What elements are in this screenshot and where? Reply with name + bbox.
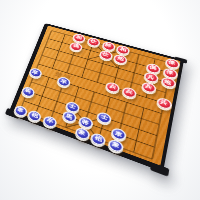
piece-glyph: 將 <box>81 119 89 126</box>
piece-glyph: 車 <box>16 107 24 114</box>
piece-glyph: 卒 <box>46 118 54 125</box>
piece-glyph: 仕 <box>102 52 109 58</box>
piece-glyph: 象 <box>112 142 121 150</box>
piece-glyph: 士 <box>100 114 108 121</box>
piece-glyph: 士 <box>68 103 76 110</box>
piece-glyph: 砲 <box>31 113 39 120</box>
piece-glyph: 炮 <box>164 79 172 86</box>
piece-glyph: 砲 <box>94 136 102 144</box>
piece-glyph: 兵 <box>147 74 155 80</box>
piece-glyph: 炮 <box>117 56 125 62</box>
piece-glyph: 馬 <box>65 113 73 120</box>
piece-glyph: 相 <box>75 35 82 40</box>
piece-glyph: 兵 <box>109 84 117 90</box>
piece-glyph: 相 <box>120 47 127 53</box>
piece-glyph: 兵 <box>145 84 153 91</box>
piece-glyph: 卒 <box>60 79 68 85</box>
board-shadow-wrap: 楚河 漢界 相仕帥相俥傌仕炮傌俥兵炮兵兵兵兵卒卒馬士士馬將車車砲卒象砲象 <box>0 0 200 200</box>
piece-glyph: 傌 <box>73 44 80 50</box>
piece-glyph: 兵 <box>125 89 133 96</box>
piece-glyph: 俥 <box>166 70 174 76</box>
xiangqi-board: 楚河 漢界 相仕帥相俥傌仕炮傌俥兵炮兵兵兵兵卒卒馬士士馬將車車砲卒象砲象 <box>8 23 184 172</box>
piece-glyph: 卒 <box>31 70 38 76</box>
piece-glyph: 俥 <box>168 60 176 66</box>
piece-glyph: 馬 <box>24 88 32 94</box>
piece-glyph: 傌 <box>149 65 157 71</box>
piece-glyph: 兵 <box>160 99 168 106</box>
piece-glyph: 仕 <box>90 39 97 44</box>
piece-glyph: 車 <box>114 131 122 139</box>
piece-glyph: 象 <box>78 130 86 137</box>
photo-stage: 楚河 漢界 相仕帥相俥傌仕炮傌俥兵炮兵兵兵兵卒卒馬士士馬將車車砲卒象砲象 <box>0 0 200 200</box>
piece-glyph: 帥 <box>104 43 111 49</box>
